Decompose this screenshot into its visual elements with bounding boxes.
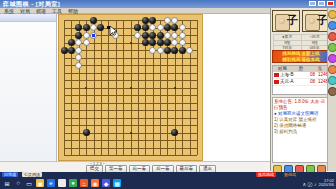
new-badge <box>274 80 279 84</box>
player-card-label: 子 <box>287 13 298 28</box>
black-stone[interactable] <box>134 24 141 31</box>
black-stone[interactable] <box>164 39 171 46</box>
black-stone[interactable] <box>179 47 186 54</box>
folder-icon[interactable]: ▣ <box>36 179 44 187</box>
side-tool-icon-5[interactable] <box>328 65 336 74</box>
star-point <box>174 87 176 89</box>
game-list-row[interactable]: 天元-A 08 1248 <box>273 79 329 86</box>
white-stone[interactable] <box>75 54 82 61</box>
game-name: 天元-A <box>280 79 303 85</box>
game-name: 上海-B <box>280 72 303 78</box>
close-icon[interactable] <box>327 1 334 6</box>
white-stone[interactable] <box>75 62 82 69</box>
side-tool-icon-0[interactable] <box>328 10 336 19</box>
menu-item-3[interactable]: 工具 <box>52 8 62 13</box>
black-stone[interactable] <box>97 24 104 31</box>
white-stone[interactable] <box>179 39 186 46</box>
grid-line <box>64 110 197 111</box>
star-point <box>85 87 87 89</box>
white-stone[interactable] <box>179 24 186 31</box>
grid-line <box>64 148 197 149</box>
taskbar-clock[interactable]: 17:02 2020/3/6 <box>318 179 334 188</box>
grid-line <box>64 95 197 96</box>
game-wins: 08 <box>303 72 316 78</box>
white-stone[interactable] <box>157 24 164 31</box>
white-stone[interactable] <box>75 47 82 54</box>
search-icon[interactable]: ○ <box>14 179 22 187</box>
grid-line <box>64 155 197 156</box>
mouse-cursor-icon <box>109 26 117 36</box>
window-title-bar: 弈城围棋 - [对局室] <box>0 0 336 8</box>
star-point <box>130 132 132 134</box>
white-stone[interactable] <box>75 39 82 46</box>
black-stone[interactable] <box>157 32 164 39</box>
star-point <box>130 87 132 89</box>
go-board[interactable] <box>58 14 203 161</box>
black-stone[interactable] <box>157 39 164 46</box>
black-stone[interactable] <box>171 24 178 31</box>
black-stone[interactable] <box>61 47 68 54</box>
black-stone[interactable] <box>75 24 82 31</box>
taskbar-main: ⊞○▭▣e▢●☕◉◆▦ <box>0 177 336 189</box>
green-app-icon[interactable]: ● <box>69 179 77 187</box>
white-stone[interactable] <box>157 47 164 54</box>
left-sidebar <box>0 14 57 161</box>
banner-line2: 精彩残局 等你来战 <box>273 57 329 63</box>
chat-line: 系统公告: 1.8.0版 大赛·运行预告 <box>274 99 328 111</box>
side-tool-icon-7[interactable] <box>328 87 336 96</box>
star-point <box>130 42 132 44</box>
grid-line <box>138 20 139 155</box>
player-card-black: 子 <box>272 10 300 32</box>
game-wins: 08 <box>303 79 316 85</box>
black-stone[interactable] <box>149 32 156 39</box>
minimize-button[interactable] <box>309 1 316 6</box>
white-stone[interactable] <box>90 24 97 31</box>
grid-line <box>64 103 197 104</box>
taskbar: 已完成心灵鸡汤残局挑战新挑战 ⊞○▭▣e▢●☕◉◆▦ ∧ 〄 ♪ 17:02 2… <box>0 172 336 189</box>
black-stone[interactable] <box>142 32 149 39</box>
grid-line <box>64 125 197 126</box>
maximize-button[interactable] <box>318 1 325 6</box>
white-stone[interactable] <box>134 32 141 39</box>
java-icon[interactable]: ☕ <box>80 179 88 187</box>
side-tool-icon-3[interactable] <box>328 43 336 52</box>
window-title: 弈城围棋 - [对局室] <box>0 1 60 7</box>
grid-line <box>64 140 197 141</box>
black-stone[interactable] <box>68 39 75 46</box>
board-area <box>57 14 270 161</box>
last-move-marker <box>92 34 95 37</box>
black-stone[interactable] <box>149 39 156 46</box>
white-stone[interactable] <box>83 32 90 39</box>
black-stone[interactable] <box>83 24 90 31</box>
chat-line: 3) 超时判负 <box>274 129 328 135</box>
black-stone[interactable] <box>142 24 149 31</box>
side-icon-strip <box>327 8 336 171</box>
black-stone[interactable] <box>164 24 171 31</box>
edge-icon[interactable]: e <box>47 179 55 187</box>
black-stone[interactable] <box>164 47 171 54</box>
photos-icon[interactable]: ▦ <box>113 179 121 187</box>
black-stone[interactable] <box>171 47 178 54</box>
side-tool-icon-2[interactable] <box>328 32 336 41</box>
white-stone[interactable] <box>171 17 178 24</box>
player-card-white: 子 <box>302 10 330 32</box>
black-stone[interactable] <box>90 17 97 24</box>
white-stone[interactable] <box>83 39 90 46</box>
start-button-icon[interactable]: ⊞ <box>3 179 11 187</box>
menu-item-4[interactable]: 帮助 <box>68 8 78 13</box>
promo-banner[interactable]: 残局挑战 全新上线 精彩残局 等你来战 <box>272 50 330 63</box>
explorer-icon[interactable]: ▢ <box>58 179 66 187</box>
chat-box[interactable]: 系统公告: 1.8.0版 大赛·运行预告● 对局双方请文明用语1) 认真对弈 禁… <box>272 97 330 163</box>
black-stone[interactable] <box>75 32 82 39</box>
white-stone[interactable] <box>149 24 156 31</box>
side-tool-icon-1[interactable] <box>328 21 336 30</box>
black-stone[interactable] <box>142 39 149 46</box>
firefox-icon[interactable]: ◉ <box>91 179 99 187</box>
white-stone[interactable] <box>171 32 178 39</box>
left-sidebar-header <box>0 14 56 22</box>
black-stone[interactable] <box>142 17 149 24</box>
white-stone[interactable] <box>171 39 178 46</box>
task-view-icon[interactable]: ▭ <box>25 179 33 187</box>
white-stone[interactable] <box>164 17 171 24</box>
menu-item-2[interactable]: 棋谱 <box>36 8 46 13</box>
white-stone[interactable] <box>149 47 156 54</box>
white-stone[interactable] <box>186 47 193 54</box>
black-stone[interactable] <box>83 129 90 136</box>
blue-app-icon[interactable]: ◆ <box>102 179 110 187</box>
grid-line <box>190 20 191 155</box>
white-stone[interactable] <box>164 32 171 39</box>
right-sidebar: 子 子 ●黑方○白方9段9段7目半0目半20分20分 残局挑战 全新上线 精彩残… <box>270 8 336 171</box>
game-list-row[interactable]: 上海-B 08 1246 <box>273 72 329 79</box>
grid-line <box>197 20 198 155</box>
menu-item-1[interactable]: 对局 <box>20 8 30 13</box>
game-list: 对局胜负 上海-B 08 1246 天元-A 08 1248 <box>272 65 330 95</box>
side-tool-icon-6[interactable] <box>328 76 336 85</box>
grid-line <box>64 118 197 119</box>
side-tool-icon-4[interactable] <box>328 54 336 63</box>
new-badge <box>274 73 279 77</box>
black-stone[interactable] <box>68 47 75 54</box>
menu-item-0[interactable]: 系统 <box>4 8 14 13</box>
black-stone[interactable] <box>149 17 156 24</box>
white-stone[interactable] <box>179 32 186 39</box>
black-stone[interactable] <box>171 129 178 136</box>
system-tray: ∧ 〄 ♪ 17:02 2020/3/6 <box>302 177 334 189</box>
tray-glyphs[interactable]: ∧ 〄 ♪ <box>302 180 316 187</box>
